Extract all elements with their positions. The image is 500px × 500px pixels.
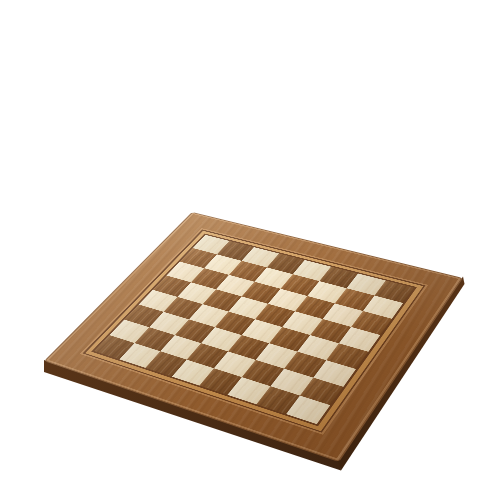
chess-board xyxy=(44,212,463,462)
stage xyxy=(0,0,500,500)
